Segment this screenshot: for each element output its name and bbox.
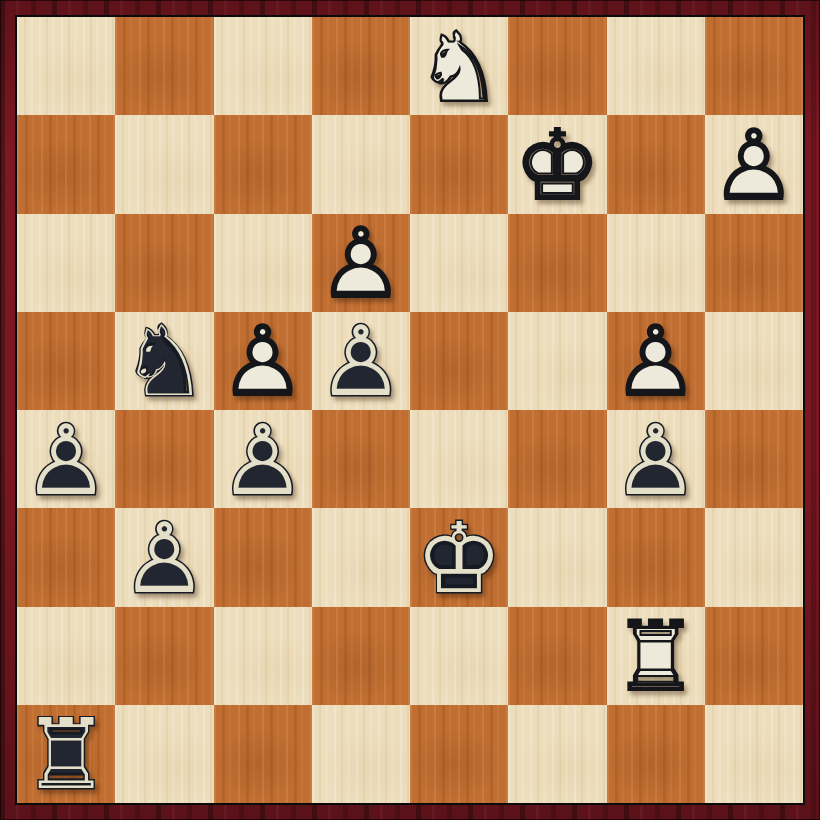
square-f7[interactable]: ♚♔ (508, 115, 606, 213)
square-a3[interactable] (17, 508, 115, 606)
pawn-glyph-detail: ♙ (607, 411, 705, 509)
square-f3[interactable] (508, 508, 606, 606)
knight-glyph-detail: ♘ (115, 313, 213, 411)
square-a4[interactable]: ♟♙ (17, 410, 115, 508)
square-d3[interactable] (312, 508, 410, 606)
black-pawn-d5[interactable]: ♟♙ (312, 312, 410, 410)
square-d2[interactable] (312, 607, 410, 705)
square-g7[interactable] (607, 115, 705, 213)
square-e8[interactable]: ♞♘ (410, 17, 508, 115)
square-e7[interactable] (410, 115, 508, 213)
square-h6[interactable] (705, 214, 803, 312)
square-g4[interactable]: ♟♙ (607, 410, 705, 508)
king-glyph-detail: ♔ (508, 116, 606, 214)
white-king-f7[interactable]: ♚♔ (508, 115, 606, 213)
square-b6[interactable] (115, 214, 213, 312)
square-a1[interactable]: ♜♖ (17, 705, 115, 803)
square-e6[interactable] (410, 214, 508, 312)
square-d6[interactable]: ♟♙ (312, 214, 410, 312)
square-d1[interactable] (312, 705, 410, 803)
square-h5[interactable] (705, 312, 803, 410)
board-border: ♞♘♚♔♟♙♟♙♞♘♟♙♟♙♟♙♟♙♟♙♟♙♟♙♚♔♜♖♜♖ (15, 15, 805, 805)
square-e1[interactable] (410, 705, 508, 803)
square-d5[interactable]: ♟♙ (312, 312, 410, 410)
rook-glyph-detail: ♖ (607, 608, 705, 706)
square-e2[interactable] (410, 607, 508, 705)
rook-glyph-detail: ♖ (17, 706, 115, 804)
square-c5[interactable]: ♟♙ (214, 312, 312, 410)
square-b8[interactable] (115, 17, 213, 115)
pawn-glyph-detail: ♙ (607, 313, 705, 411)
square-b5[interactable]: ♞♘ (115, 312, 213, 410)
white-pawn-g5[interactable]: ♟♙ (607, 312, 705, 410)
black-pawn-c4[interactable]: ♟♙ (214, 410, 312, 508)
square-e3[interactable]: ♚♔ (410, 508, 508, 606)
square-d7[interactable] (312, 115, 410, 213)
white-pawn-c5[interactable]: ♟♙ (214, 312, 312, 410)
square-c8[interactable] (214, 17, 312, 115)
square-c3[interactable] (214, 508, 312, 606)
square-g8[interactable] (607, 17, 705, 115)
pawn-glyph-detail: ♙ (17, 411, 115, 509)
square-a6[interactable] (17, 214, 115, 312)
square-h3[interactable] (705, 508, 803, 606)
square-g5[interactable]: ♟♙ (607, 312, 705, 410)
white-knight-e8[interactable]: ♞♘ (410, 17, 508, 115)
square-f2[interactable] (508, 607, 606, 705)
pawn-glyph-detail: ♙ (705, 116, 803, 214)
square-c7[interactable] (214, 115, 312, 213)
black-king-e3[interactable]: ♚♔ (410, 508, 508, 606)
square-b3[interactable]: ♟♙ (115, 508, 213, 606)
square-f6[interactable] (508, 214, 606, 312)
black-knight-b5[interactable]: ♞♘ (115, 312, 213, 410)
square-c1[interactable] (214, 705, 312, 803)
square-g3[interactable] (607, 508, 705, 606)
square-c2[interactable] (214, 607, 312, 705)
square-b7[interactable] (115, 115, 213, 213)
square-a8[interactable] (17, 17, 115, 115)
square-h2[interactable] (705, 607, 803, 705)
square-h7[interactable]: ♟♙ (705, 115, 803, 213)
square-b2[interactable] (115, 607, 213, 705)
square-b1[interactable] (115, 705, 213, 803)
square-h4[interactable] (705, 410, 803, 508)
square-f4[interactable] (508, 410, 606, 508)
white-pawn-d6[interactable]: ♟♙ (312, 214, 410, 312)
black-pawn-b3[interactable]: ♟♙ (115, 508, 213, 606)
square-c4[interactable]: ♟♙ (214, 410, 312, 508)
square-f1[interactable] (508, 705, 606, 803)
board: ♞♘♚♔♟♙♟♙♞♘♟♙♟♙♟♙♟♙♟♙♟♙♟♙♚♔♜♖♜♖ (17, 17, 803, 803)
pawn-glyph-detail: ♙ (115, 509, 213, 607)
square-g1[interactable] (607, 705, 705, 803)
black-pawn-g4[interactable]: ♟♙ (607, 410, 705, 508)
square-b4[interactable] (115, 410, 213, 508)
knight-glyph-detail: ♘ (410, 18, 508, 116)
pawn-glyph-detail: ♙ (214, 313, 312, 411)
square-e4[interactable] (410, 410, 508, 508)
square-c6[interactable] (214, 214, 312, 312)
square-a5[interactable] (17, 312, 115, 410)
square-f5[interactable] (508, 312, 606, 410)
board-frame: ♞♘♚♔♟♙♟♙♞♘♟♙♟♙♟♙♟♙♟♙♟♙♟♙♚♔♜♖♜♖ (0, 0, 820, 820)
square-g6[interactable] (607, 214, 705, 312)
square-f8[interactable] (508, 17, 606, 115)
square-d4[interactable] (312, 410, 410, 508)
pawn-glyph-detail: ♙ (214, 411, 312, 509)
black-pawn-a4[interactable]: ♟♙ (17, 410, 115, 508)
white-rook-g2[interactable]: ♜♖ (607, 607, 705, 705)
black-rook-a1[interactable]: ♜♖ (17, 705, 115, 803)
king-glyph-detail: ♔ (410, 509, 508, 607)
square-a7[interactable] (17, 115, 115, 213)
square-h8[interactable] (705, 17, 803, 115)
pawn-glyph-detail: ♙ (312, 313, 410, 411)
square-a2[interactable] (17, 607, 115, 705)
square-e5[interactable] (410, 312, 508, 410)
square-h1[interactable] (705, 705, 803, 803)
square-g2[interactable]: ♜♖ (607, 607, 705, 705)
pawn-glyph-detail: ♙ (312, 215, 410, 313)
square-d8[interactable] (312, 17, 410, 115)
white-pawn-h7[interactable]: ♟♙ (705, 115, 803, 213)
